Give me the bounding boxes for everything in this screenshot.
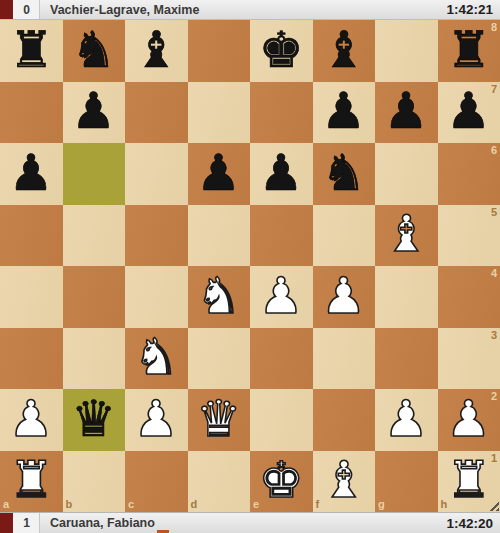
- square-g2[interactable]: ♟: [375, 389, 438, 451]
- square-f3[interactable]: [313, 328, 376, 390]
- square-g3[interactable]: [375, 328, 438, 390]
- square-d2[interactable]: ♛: [188, 389, 251, 451]
- player-bar-bottom: 1 Caruana, Fabiano 1:42:20: [0, 512, 500, 533]
- piece-black-knight[interactable]: ♞: [71, 25, 116, 75]
- chess-board[interactable]: ♜♞♝♚♝8♜♟♟♟7♟♟♟♟♞6♝5♞♟♟4♞3♟♛♟♛♟2♟a♜bcde♚f…: [0, 20, 500, 512]
- piece-white-pawn[interactable]: ♟: [134, 394, 179, 444]
- piece-black-king[interactable]: ♚: [259, 25, 304, 75]
- square-a2[interactable]: ♟: [0, 389, 63, 451]
- piece-black-bishop[interactable]: ♝: [321, 25, 366, 75]
- square-a3[interactable]: [0, 328, 63, 390]
- player-clock-top: 1:42:21: [446, 2, 500, 17]
- piece-white-bishop[interactable]: ♝: [321, 455, 366, 505]
- piece-black-pawn[interactable]: ♟: [446, 86, 491, 136]
- piece-white-pawn[interactable]: ♟: [446, 394, 491, 444]
- square-b2[interactable]: ♛: [63, 389, 126, 451]
- piece-white-pawn[interactable]: ♟: [259, 271, 304, 321]
- rank-label-2: 2: [491, 391, 497, 402]
- square-h7[interactable]: 7♟: [438, 82, 500, 144]
- rank-label-3: 3: [491, 330, 497, 341]
- file-label-f: f: [316, 499, 320, 510]
- square-d4[interactable]: ♞: [188, 266, 251, 328]
- square-f5[interactable]: [313, 205, 376, 267]
- square-e1[interactable]: e♚: [250, 451, 313, 513]
- piece-black-bishop[interactable]: ♝: [134, 25, 179, 75]
- bar-accent-bottom: [0, 513, 13, 533]
- rank-label-8: 8: [491, 22, 497, 33]
- player-clock-bottom: 1:42:20: [446, 516, 500, 531]
- piece-black-rook[interactable]: ♜: [9, 25, 54, 75]
- square-f4[interactable]: ♟: [313, 266, 376, 328]
- square-d1[interactable]: d: [188, 451, 251, 513]
- rank-label-7: 7: [491, 84, 497, 95]
- player-bar-top: 0 Vachier-Lagrave, Maxime 1:42:21: [0, 0, 500, 20]
- piece-black-pawn[interactable]: ♟: [71, 86, 116, 136]
- square-a1[interactable]: a♜: [0, 451, 63, 513]
- square-e4[interactable]: ♟: [250, 266, 313, 328]
- square-h3[interactable]: 3: [438, 328, 500, 390]
- square-g5[interactable]: ♝: [375, 205, 438, 267]
- piece-black-pawn[interactable]: ♟: [9, 148, 54, 198]
- square-c3[interactable]: ♞: [125, 328, 188, 390]
- square-f2[interactable]: [313, 389, 376, 451]
- piece-white-queen[interactable]: ♛: [196, 394, 241, 444]
- piece-white-pawn[interactable]: ♟: [321, 271, 366, 321]
- square-d3[interactable]: [188, 328, 251, 390]
- square-b1[interactable]: b: [63, 451, 126, 513]
- file-label-b: b: [66, 499, 73, 510]
- piece-white-pawn[interactable]: ♟: [384, 394, 429, 444]
- square-f8[interactable]: ♝: [313, 20, 376, 82]
- square-f1[interactable]: f♝: [313, 451, 376, 513]
- square-b6[interactable]: [63, 143, 126, 205]
- square-a4[interactable]: [0, 266, 63, 328]
- square-d6[interactable]: ♟: [188, 143, 251, 205]
- piece-black-queen[interactable]: ♛: [71, 394, 116, 444]
- square-h8[interactable]: 8♜: [438, 20, 500, 82]
- piece-white-knight[interactable]: ♞: [134, 332, 179, 382]
- file-label-g: g: [378, 499, 385, 510]
- square-g1[interactable]: g: [375, 451, 438, 513]
- piece-white-pawn[interactable]: ♟: [9, 394, 54, 444]
- rank-label-5: 5: [491, 207, 497, 218]
- player-name-top: Vachier-Lagrave, Maxime: [40, 3, 446, 17]
- square-b8[interactable]: ♞: [63, 20, 126, 82]
- square-c2[interactable]: ♟: [125, 389, 188, 451]
- piece-black-pawn[interactable]: ♟: [259, 148, 304, 198]
- player-index-top: 0: [13, 0, 40, 19]
- square-b4[interactable]: [63, 266, 126, 328]
- piece-black-knight[interactable]: ♞: [321, 148, 366, 198]
- square-a7[interactable]: [0, 82, 63, 144]
- square-h6[interactable]: 6: [438, 143, 500, 205]
- chess-app-window: 0 Vachier-Lagrave, Maxime 1:42:21 ♜♞♝♚♝8…: [0, 0, 500, 533]
- square-f6[interactable]: ♞: [313, 143, 376, 205]
- piece-white-knight[interactable]: ♞: [196, 271, 241, 321]
- square-c1[interactable]: c: [125, 451, 188, 513]
- square-e2[interactable]: [250, 389, 313, 451]
- piece-white-rook[interactable]: ♜: [446, 455, 491, 505]
- rank-label-1: 1: [491, 453, 497, 464]
- piece-black-rook[interactable]: ♜: [446, 25, 491, 75]
- piece-white-bishop[interactable]: ♝: [384, 209, 429, 259]
- square-c8[interactable]: ♝: [125, 20, 188, 82]
- square-g7[interactable]: ♟: [375, 82, 438, 144]
- square-g6[interactable]: [375, 143, 438, 205]
- square-b3[interactable]: [63, 328, 126, 390]
- square-d7[interactable]: [188, 82, 251, 144]
- square-a8[interactable]: ♜: [0, 20, 63, 82]
- square-b5[interactable]: [63, 205, 126, 267]
- square-d5[interactable]: [188, 205, 251, 267]
- square-a5[interactable]: [0, 205, 63, 267]
- square-g4[interactable]: [375, 266, 438, 328]
- piece-black-pawn[interactable]: ♟: [384, 86, 429, 136]
- rank-label-4: 4: [491, 268, 497, 279]
- square-h4[interactable]: 4: [438, 266, 500, 328]
- piece-black-pawn[interactable]: ♟: [196, 148, 241, 198]
- square-d8[interactable]: [188, 20, 251, 82]
- square-e5[interactable]: [250, 205, 313, 267]
- square-e7[interactable]: [250, 82, 313, 144]
- square-a6[interactable]: ♟: [0, 143, 63, 205]
- square-e8[interactable]: ♚: [250, 20, 313, 82]
- square-h5[interactable]: 5: [438, 205, 500, 267]
- player-index-bottom: 1: [13, 513, 40, 533]
- square-e6[interactable]: ♟: [250, 143, 313, 205]
- square-b7[interactable]: ♟: [63, 82, 126, 144]
- file-label-c: c: [128, 499, 134, 510]
- file-label-d: d: [191, 499, 198, 510]
- piece-white-rook[interactable]: ♜: [9, 455, 54, 505]
- square-h1[interactable]: 1h♜: [438, 451, 500, 513]
- square-c7[interactable]: [125, 82, 188, 144]
- square-g8[interactable]: [375, 20, 438, 82]
- square-h2[interactable]: 2♟: [438, 389, 500, 451]
- square-c4[interactable]: [125, 266, 188, 328]
- square-c6[interactable]: [125, 143, 188, 205]
- square-c5[interactable]: [125, 205, 188, 267]
- square-f7[interactable]: ♟: [313, 82, 376, 144]
- piece-black-pawn[interactable]: ♟: [321, 86, 366, 136]
- player-name-bottom: Caruana, Fabiano: [40, 516, 446, 530]
- bar-accent-top: [0, 0, 13, 19]
- piece-white-king[interactable]: ♚: [259, 455, 304, 505]
- rank-label-6: 6: [491, 145, 497, 156]
- square-e3[interactable]: [250, 328, 313, 390]
